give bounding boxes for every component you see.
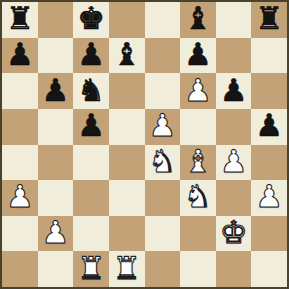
piece-black-pawn[interactable]: ♟ <box>77 110 105 141</box>
square-b8[interactable] <box>38 2 74 38</box>
square-f7[interactable]: ♟ <box>180 38 216 74</box>
square-d4[interactable] <box>109 145 145 181</box>
square-g5[interactable] <box>216 109 252 145</box>
chess-board: ♜♚♝♜♟♟♝♟♟♞♟♟♟♟♟♞♝♟♟♞♟♟♚♜♜ <box>0 0 289 289</box>
piece-black-rook[interactable]: ♜ <box>255 3 283 34</box>
square-g2[interactable]: ♚ <box>216 216 252 252</box>
square-a4[interactable] <box>2 145 38 181</box>
square-f1[interactable] <box>180 251 216 287</box>
square-a6[interactable] <box>2 73 38 109</box>
piece-black-pawn[interactable]: ♟ <box>255 110 283 141</box>
square-h2[interactable] <box>251 216 287 252</box>
square-f2[interactable] <box>180 216 216 252</box>
square-d3[interactable] <box>109 180 145 216</box>
square-a7[interactable]: ♟ <box>2 38 38 74</box>
square-b7[interactable] <box>38 38 74 74</box>
square-e2[interactable] <box>145 216 181 252</box>
piece-white-pawn[interactable]: ♟ <box>184 75 212 106</box>
square-g1[interactable] <box>216 251 252 287</box>
piece-black-king[interactable]: ♚ <box>77 3 105 34</box>
square-e4[interactable]: ♞ <box>145 145 181 181</box>
piece-black-bishop[interactable]: ♝ <box>184 3 212 34</box>
piece-white-pawn[interactable]: ♟ <box>6 181 34 212</box>
piece-white-pawn[interactable]: ♟ <box>148 110 176 141</box>
square-c2[interactable] <box>73 216 109 252</box>
square-f6[interactable]: ♟ <box>180 73 216 109</box>
square-d7[interactable]: ♝ <box>109 38 145 74</box>
square-g6[interactable]: ♟ <box>216 73 252 109</box>
square-d5[interactable] <box>109 109 145 145</box>
square-b4[interactable] <box>38 145 74 181</box>
square-c4[interactable] <box>73 145 109 181</box>
square-e1[interactable] <box>145 251 181 287</box>
square-h6[interactable] <box>251 73 287 109</box>
square-e7[interactable] <box>145 38 181 74</box>
square-e3[interactable] <box>145 180 181 216</box>
piece-white-knight[interactable]: ♞ <box>184 181 212 212</box>
square-g4[interactable]: ♟ <box>216 145 252 181</box>
square-g8[interactable] <box>216 2 252 38</box>
square-g3[interactable] <box>216 180 252 216</box>
square-e5[interactable]: ♟ <box>145 109 181 145</box>
piece-black-knight[interactable]: ♞ <box>77 75 105 106</box>
square-b5[interactable] <box>38 109 74 145</box>
piece-white-rook[interactable]: ♜ <box>113 253 141 284</box>
piece-white-rook[interactable]: ♜ <box>77 253 105 284</box>
square-a1[interactable] <box>2 251 38 287</box>
square-b2[interactable]: ♟ <box>38 216 74 252</box>
square-b3[interactable] <box>38 180 74 216</box>
piece-black-pawn[interactable]: ♟ <box>184 39 212 70</box>
piece-white-pawn[interactable]: ♟ <box>220 146 248 177</box>
piece-white-knight[interactable]: ♞ <box>148 146 176 177</box>
square-d6[interactable] <box>109 73 145 109</box>
square-a2[interactable] <box>2 216 38 252</box>
square-f5[interactable] <box>180 109 216 145</box>
piece-black-pawn[interactable]: ♟ <box>42 75 70 106</box>
square-c6[interactable]: ♞ <box>73 73 109 109</box>
square-d1[interactable]: ♜ <box>109 251 145 287</box>
piece-white-pawn[interactable]: ♟ <box>42 217 70 248</box>
square-e8[interactable] <box>145 2 181 38</box>
square-c5[interactable]: ♟ <box>73 109 109 145</box>
square-f8[interactable]: ♝ <box>180 2 216 38</box>
piece-black-bishop[interactable]: ♝ <box>113 39 141 70</box>
piece-black-rook[interactable]: ♜ <box>6 3 34 34</box>
square-a8[interactable]: ♜ <box>2 2 38 38</box>
square-f3[interactable]: ♞ <box>180 180 216 216</box>
square-a3[interactable]: ♟ <box>2 180 38 216</box>
piece-black-pawn[interactable]: ♟ <box>77 39 105 70</box>
square-b6[interactable]: ♟ <box>38 73 74 109</box>
square-c1[interactable]: ♜ <box>73 251 109 287</box>
square-h8[interactable]: ♜ <box>251 2 287 38</box>
square-e6[interactable] <box>145 73 181 109</box>
piece-black-pawn[interactable]: ♟ <box>6 39 34 70</box>
square-f4[interactable]: ♝ <box>180 145 216 181</box>
square-a5[interactable] <box>2 109 38 145</box>
piece-black-pawn[interactable]: ♟ <box>220 75 248 106</box>
square-g7[interactable] <box>216 38 252 74</box>
square-c8[interactable]: ♚ <box>73 2 109 38</box>
square-d2[interactable] <box>109 216 145 252</box>
piece-white-pawn[interactable]: ♟ <box>255 181 283 212</box>
square-h3[interactable]: ♟ <box>251 180 287 216</box>
square-b1[interactable] <box>38 251 74 287</box>
square-h4[interactable] <box>251 145 287 181</box>
square-c7[interactable]: ♟ <box>73 38 109 74</box>
piece-white-king[interactable]: ♚ <box>220 217 248 248</box>
square-h5[interactable]: ♟ <box>251 109 287 145</box>
square-h7[interactable] <box>251 38 287 74</box>
square-c3[interactable] <box>73 180 109 216</box>
square-h1[interactable] <box>251 251 287 287</box>
square-d8[interactable] <box>109 2 145 38</box>
piece-white-bishop[interactable]: ♝ <box>184 146 212 177</box>
